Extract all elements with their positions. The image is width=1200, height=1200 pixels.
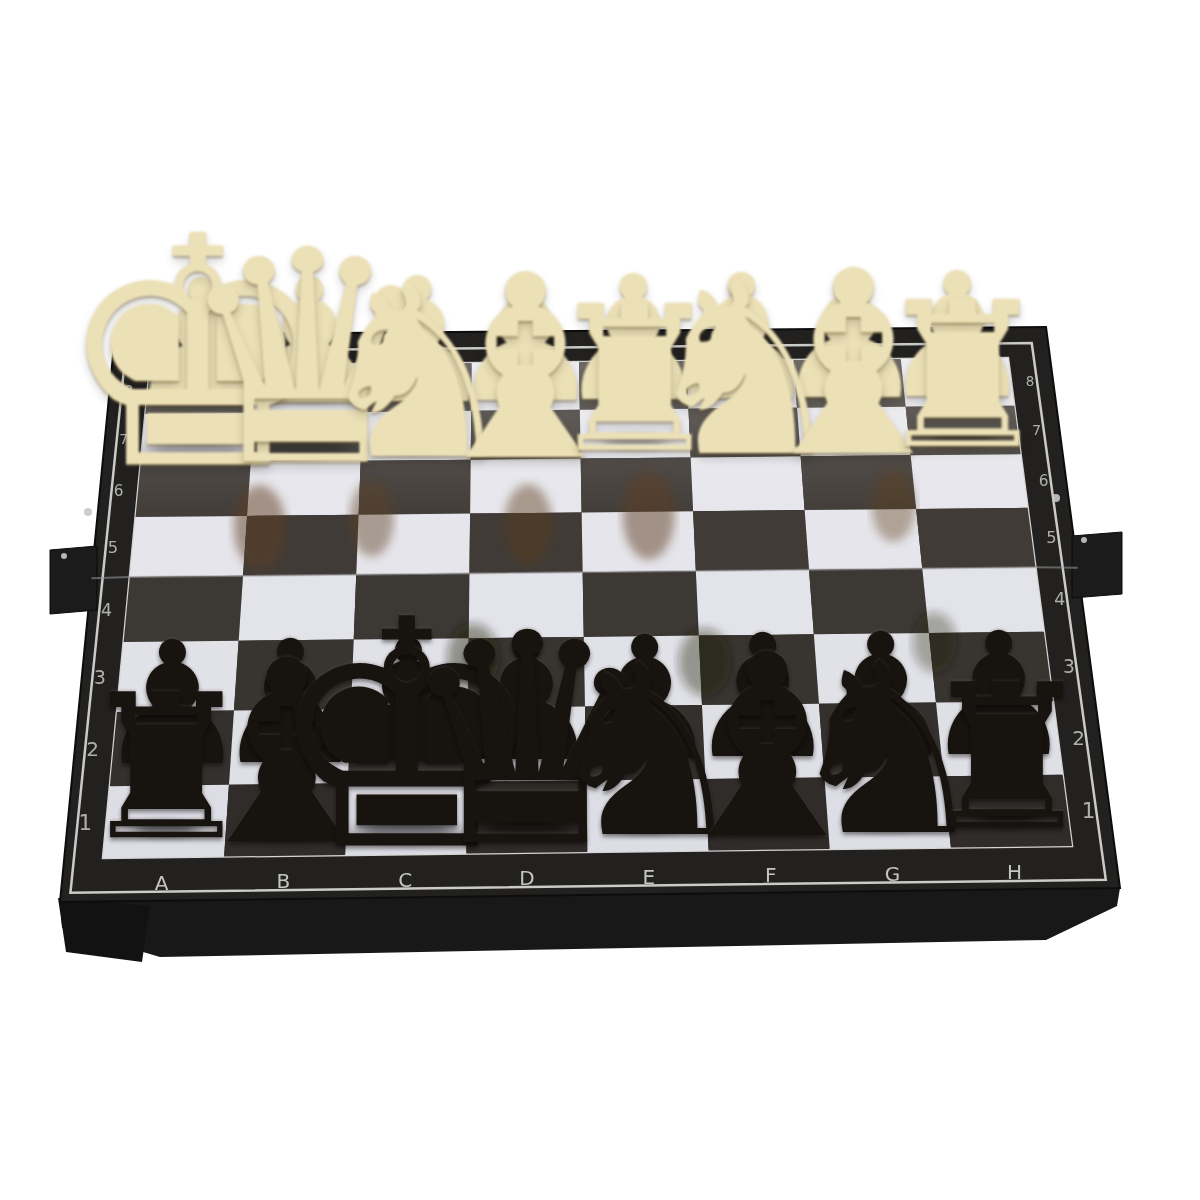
frame-marker-dot-1 (61, 553, 67, 559)
piece-black-rook-h1[interactable]: ♜ (918, 659, 1097, 859)
hinge-tab-left (50, 546, 97, 614)
rank-label-left-5: 5 (108, 538, 118, 557)
frame-marker-dot-3 (1081, 537, 1087, 543)
rank-label-right-5: 5 (1046, 528, 1056, 547)
chess-set-product-photo: ABCDEFGH1122334455667788 ♟♟♟♟♟♟♟♟♚♛♞♝♜♞♝… (0, 0, 1200, 1200)
square-f5[interactable] (693, 510, 809, 571)
piece-white-rook-h7[interactable]: ♜ (872, 277, 1053, 479)
square-h5[interactable] (916, 508, 1035, 569)
board-foot (58, 898, 150, 962)
frame-marker-dot-2 (1052, 494, 1060, 502)
hinge-tab-right (1072, 532, 1122, 598)
